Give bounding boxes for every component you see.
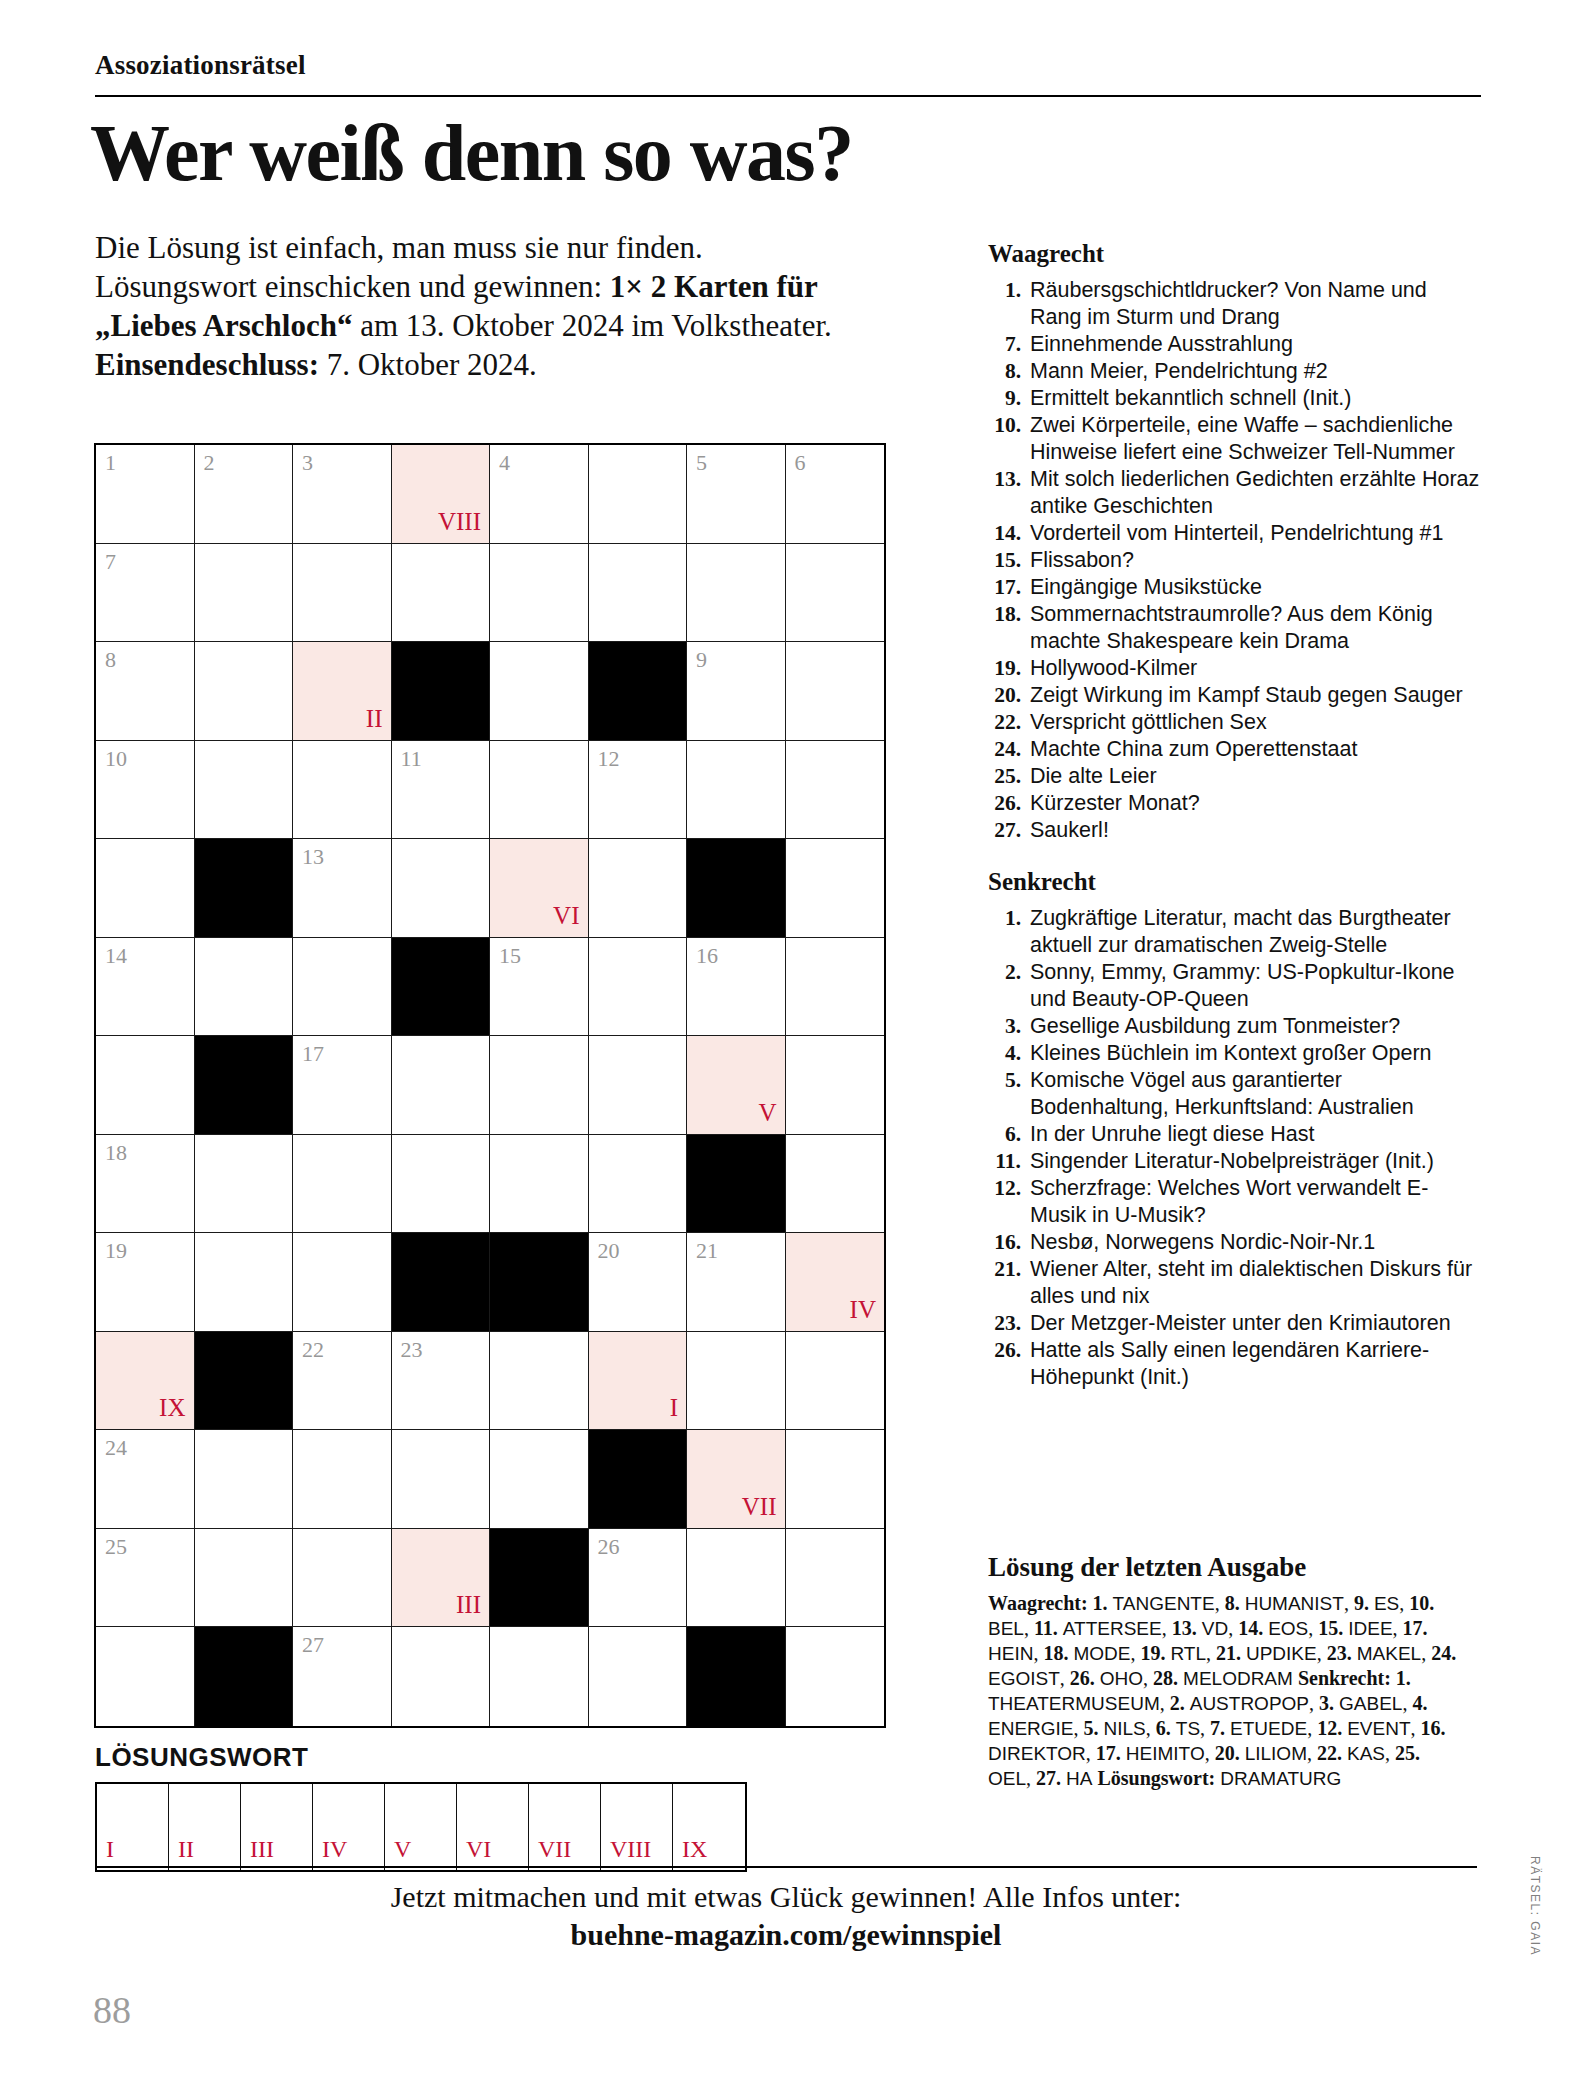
across-clue-list: 1.Räubersgschichtldrucker? Von Name und … [988,277,1493,844]
roman-numeral: VI [553,902,579,930]
empty-cell[interactable] [786,1135,885,1234]
clue-text: Hollywood-Kilmer [1030,655,1197,682]
numbered-cell-20[interactable]: 20 [589,1233,688,1332]
clue-text: Zwei Körperteile, eine Waffe – sachdienl… [1030,412,1480,466]
clue-number: 19 [105,1238,127,1264]
clue-number: 1. [988,905,1030,932]
numbered-cell-7[interactable]: 7 [96,544,195,643]
numbered-cell-1[interactable]: 1 [96,445,195,544]
across-clue-19: 19.Hollywood-Kilmer [988,655,1493,682]
empty-cell[interactable] [687,544,786,643]
down-clue-list: 1.Zugkräftige Literatur, macht das Burgt… [988,905,1493,1391]
clue-number: 11. [988,1148,1030,1175]
clue-number: 7 [105,549,116,575]
clue-text: Eingängige Musikstücke [1030,574,1262,601]
empty-cell[interactable] [490,1430,589,1529]
clue-number: 25. [988,763,1030,790]
footer-rule [95,1866,1477,1868]
intro-line: Lösungswort einschicken und gewinnen: 1×… [95,267,832,306]
across-clue-14: 14.Vorderteil vom Hinterteil, Pendelrich… [988,520,1493,547]
clue-number: 3 [302,450,313,476]
numbered-cell-2[interactable]: 2 [195,445,294,544]
intro-line: Die Lösung ist einfach, man muss sie nur… [95,228,832,267]
clue-text: Kürzester Monat? [1030,790,1200,817]
black-cell [195,839,294,938]
black-cell [589,642,688,741]
across-clue-8: 8.Mann Meier, Pendelrichtung #2 [988,358,1493,385]
down-clue-26: 26.Hatte als Sally einen legendären Karr… [988,1337,1493,1391]
clue-number: 15. [988,547,1030,574]
highlight-cell-vi[interactable]: VI [490,839,589,938]
empty-cell[interactable] [786,741,885,840]
intro-line: „Liebes Arschloch“ am 13. Oktober 2024 i… [95,306,832,345]
black-cell [589,1430,688,1529]
empty-cell[interactable] [786,839,885,938]
empty-cell[interactable] [687,741,786,840]
clue-number: 13 [302,844,324,870]
intro-text: Die Lösung ist einfach, man muss sie nur… [95,228,832,384]
numbered-cell-16[interactable]: 16 [687,938,786,1037]
clue-text: Flissabon? [1030,547,1134,574]
black-cell [392,938,491,1037]
numbered-cell-26[interactable]: 26 [589,1529,688,1628]
clue-number: 10 [105,746,127,772]
down-clue-16: 16.Nesbø, Norwegens Nordic-Noir-Nr.1 [988,1229,1493,1256]
empty-cell[interactable] [293,1233,392,1332]
roman-numeral: IX [682,1836,707,1863]
empty-cell[interactable] [195,1135,294,1234]
footer-promo-text: Jetzt mitmachen und mit etwas Glück gewi… [95,1880,1477,1914]
clue-number: 27. [988,817,1030,844]
across-clue-25: 25.Die alte Leier [988,763,1493,790]
numbered-cell-13[interactable]: 13 [293,839,392,938]
roman-numeral: IV [850,1296,876,1324]
clue-number: 10. [988,412,1030,439]
section-kicker: Assoziationsrätsel [95,50,306,81]
empty-cell[interactable] [589,544,688,643]
highlight-cell-ix[interactable]: IX [96,1332,195,1431]
numbered-cell-22[interactable]: 22 [293,1332,392,1431]
numbered-cell-18[interactable]: 18 [96,1135,195,1234]
highlight-cell-v[interactable]: V [687,1036,786,1135]
down-clue-21: 21.Wiener Alter, steht im dialektischen … [988,1256,1493,1310]
clue-text: Machte China zum Operettenstaat [1030,736,1357,763]
numbered-cell-3[interactable]: 3 [293,445,392,544]
empty-cell[interactable] [195,741,294,840]
clue-number: 1. [988,277,1030,304]
solution-strip-cell-iv[interactable]: IV [313,1784,385,1870]
empty-cell[interactable] [786,1430,885,1529]
clue-number: 13. [988,466,1030,493]
down-clue-1: 1.Zugkräftige Literatur, macht das Burgt… [988,905,1493,959]
across-clue-10: 10.Zwei Körperteile, eine Waffe – sachdi… [988,412,1493,466]
page-title: Wer weiß denn so was? [90,108,853,199]
empty-cell[interactable] [392,544,491,643]
down-clue-12: 12.Scherzfrage: Welches Wort verwandelt … [988,1175,1493,1229]
last-issue-solution: Lösung der letzten Ausgabe Waagrecht: 1.… [988,1552,1468,1791]
empty-cell[interactable] [96,1036,195,1135]
black-cell [195,1627,294,1726]
empty-cell[interactable] [589,1627,688,1726]
roman-numeral: I [670,1394,678,1422]
empty-cell[interactable] [392,1135,491,1234]
roman-numeral: VIII [610,1836,651,1863]
empty-cell[interactable] [195,1529,294,1628]
clue-number: 8. [988,358,1030,385]
empty-cell[interactable] [293,544,392,643]
solution-strip-cell-ix[interactable]: IX [673,1784,745,1870]
clue-number: 2 [204,450,215,476]
empty-cell[interactable] [786,938,885,1037]
clue-number: 19. [988,655,1030,682]
clue-text: Singender Literatur-Nobelpreisträger (In… [1030,1148,1434,1175]
down-heading: Senkrecht [988,868,1493,896]
clue-number: 17. [988,574,1030,601]
roman-numeral: VII [538,1836,571,1863]
clue-number: 20 [598,1238,620,1264]
highlight-cell-i[interactable]: I [589,1332,688,1431]
numbered-cell-12[interactable]: 12 [589,741,688,840]
clue-text: Gesellige Ausbildung zum Tonmeister? [1030,1013,1400,1040]
down-clue-2: 2.Sonny, Emmy, Grammy: US-Popkultur-Ikon… [988,959,1493,1013]
roman-numeral: VI [466,1836,491,1863]
empty-cell[interactable] [786,1036,885,1135]
empty-cell[interactable] [96,1627,195,1726]
clue-number: 4 [499,450,510,476]
clue-text: Zeigt Wirkung im Kampf Staub gegen Sauge… [1030,682,1463,709]
empty-cell[interactable] [589,445,688,544]
clue-text: Verspricht göttlichen Sex [1030,709,1267,736]
across-clue-24: 24.Machte China zum Operettenstaat [988,736,1493,763]
down-clue-23: 23.Der Metzger-Meister unter den Krimiau… [988,1310,1493,1337]
clue-text: Die alte Leier [1030,763,1157,790]
across-clue-27: 27.Saukerl! [988,817,1493,844]
clue-number: 21 [696,1238,718,1264]
clue-number: 24 [105,1435,127,1461]
clue-number: 26. [988,1337,1030,1364]
clue-text: Kleines Büchlein im Kontext großer Opern [1030,1040,1432,1067]
roman-numeral: IV [322,1836,347,1863]
clue-number: 5. [988,1067,1030,1094]
black-cell [687,839,786,938]
clue-number: 17 [302,1041,324,1067]
clue-number: 24. [988,736,1030,763]
empty-cell[interactable] [490,1627,589,1726]
clue-text: Scherzfrage: Welches Wort verwandelt E-M… [1030,1175,1480,1229]
roman-numeral: III [456,1591,481,1619]
clue-number: 12 [598,746,620,772]
clue-number: 14 [105,943,127,969]
clue-number: 4. [988,1040,1030,1067]
clue-text: Zugkräftige Literatur, macht das Burgthe… [1030,905,1480,959]
numbered-cell-5[interactable]: 5 [687,445,786,544]
clue-number: 18 [105,1140,127,1166]
across-clue-26: 26.Kürzester Monat? [988,790,1493,817]
down-clue-5: 5.Komische Vögel aus garantierter Bodenh… [988,1067,1493,1121]
across-clue-17: 17.Eingängige Musikstücke [988,574,1493,601]
empty-cell[interactable] [392,1036,491,1135]
empty-cell[interactable] [392,1430,491,1529]
numbered-cell-24[interactable]: 24 [96,1430,195,1529]
clue-number: 23 [401,1337,423,1363]
clue-text: Komische Vögel aus garantierter Bodenhal… [1030,1067,1480,1121]
empty-cell[interactable] [490,1332,589,1431]
highlight-cell-viii[interactable]: VIII [392,445,491,544]
roman-numeral: I [106,1836,114,1863]
empty-cell[interactable] [490,1036,589,1135]
empty-cell[interactable] [786,642,885,741]
clue-number: 11 [401,746,422,772]
solution-strip-cell-iii[interactable]: III [241,1784,313,1870]
empty-cell[interactable] [195,1430,294,1529]
clue-text: Nesbø, Norwegens Nordic-Noir-Nr.1 [1030,1229,1375,1256]
solution-strip-cell-i[interactable]: I [97,1784,169,1870]
clue-number: 2. [988,959,1030,986]
down-clue-6: 6.In der Unruhe liegt diese Hast [988,1121,1493,1148]
black-cell [195,1332,294,1431]
clue-number: 5 [696,450,707,476]
numbered-cell-25[interactable]: 25 [96,1529,195,1628]
empty-cell[interactable] [786,1627,885,1726]
black-cell [687,1627,786,1726]
empty-cell[interactable] [490,544,589,643]
solution-strip-cell-ii[interactable]: II [169,1784,241,1870]
roman-numeral: V [758,1099,776,1127]
clue-number: 16. [988,1229,1030,1256]
clue-text: Hatte als Sally einen legendären Karrier… [1030,1337,1480,1391]
puzzle-credit: RÄTSEL: GAIA [1528,1856,1542,1956]
black-cell [195,1036,294,1135]
empty-cell[interactable] [687,1529,786,1628]
clue-number: 15 [499,943,521,969]
roman-numeral: II [178,1836,194,1863]
numbered-cell-21[interactable]: 21 [687,1233,786,1332]
clue-number: 6 [795,450,806,476]
empty-cell[interactable] [786,544,885,643]
clue-number: 9 [696,647,707,673]
numbered-cell-14[interactable]: 14 [96,938,195,1037]
empty-cell[interactable] [293,1430,392,1529]
clue-number: 22. [988,709,1030,736]
down-clue-3: 3.Gesellige Ausbildung zum Tonmeister? [988,1013,1493,1040]
empty-cell[interactable] [589,938,688,1037]
intro-line: Einsendeschluss: 7. Oktober 2024. [95,345,832,384]
empty-cell[interactable] [589,1135,688,1234]
clue-number: 20. [988,682,1030,709]
clues-column: Waagrecht 1.Räubersgschichtldrucker? Von… [988,240,1493,1391]
clue-text: Räubersgschichtldrucker? Von Name und Ra… [1030,277,1480,331]
numbered-cell-6[interactable]: 6 [786,445,885,544]
clue-text: Saukerl! [1030,817,1109,844]
clue-text: Wiener Alter, steht im dialektischen Dis… [1030,1256,1480,1310]
last-issue-heading: Lösung der letzten Ausgabe [988,1552,1468,1583]
clue-text: Einnehmende Ausstrahlung [1030,331,1293,358]
clue-number: 21. [988,1256,1030,1283]
clue-text: Vorderteil vom Hinterteil, Pendelrichtun… [1030,520,1444,547]
clue-number: 23. [988,1310,1030,1337]
numbered-cell-17[interactable]: 17 [293,1036,392,1135]
across-clue-9: 9.Ermittelt bekanntlich schnell (Init.) [988,385,1493,412]
clue-number: 16 [696,943,718,969]
roman-numeral: VII [742,1493,777,1521]
highlight-cell-iii[interactable]: III [392,1529,491,1628]
across-clue-18: 18.Sommernachtstraumrolle? Aus dem König… [988,601,1493,655]
numbered-cell-23[interactable]: 23 [392,1332,491,1431]
clue-number: 1 [105,450,116,476]
clue-number: 18. [988,601,1030,628]
numbered-cell-4[interactable]: 4 [490,445,589,544]
empty-cell[interactable] [490,741,589,840]
empty-cell[interactable] [195,642,294,741]
empty-cell[interactable] [96,839,195,938]
empty-cell[interactable] [293,1529,392,1628]
clue-number: 7. [988,331,1030,358]
page-number: 88 [93,1988,131,2032]
across-clue-20: 20.Zeigt Wirkung im Kampf Staub gegen Sa… [988,682,1493,709]
empty-cell[interactable] [490,1135,589,1234]
solution-word-label: LÖSUNGSWORT [95,1742,309,1773]
last-issue-body: Waagrecht: 1. TANGENTE, 8. HUMANIST, 9. … [988,1591,1468,1791]
across-clue-15: 15.Flissabon? [988,547,1493,574]
empty-cell[interactable] [589,1036,688,1135]
empty-cell[interactable] [293,938,392,1037]
empty-cell[interactable] [490,642,589,741]
numbered-cell-9[interactable]: 9 [687,642,786,741]
black-cell [392,642,491,741]
crossword-grid[interactable]: 123VIII45678II910111213VI14151617V181920… [94,443,886,1728]
clue-number: 3. [988,1013,1030,1040]
clue-text: In der Unruhe liegt diese Hast [1030,1121,1314,1148]
clue-number: 25 [105,1534,127,1560]
empty-cell[interactable] [195,1233,294,1332]
clue-number: 14. [988,520,1030,547]
clue-number: 8 [105,647,116,673]
empty-cell[interactable] [293,1135,392,1234]
across-clue-22: 22.Verspricht göttlichen Sex [988,709,1493,736]
roman-numeral: V [394,1836,411,1863]
empty-cell[interactable] [786,1332,885,1431]
solution-section: Lösungswort: DRAMATURG [1097,1767,1341,1789]
clue-number: 26. [988,790,1030,817]
numbered-cell-8[interactable]: 8 [96,642,195,741]
across-heading: Waagrecht [988,240,1493,268]
highlight-cell-vii[interactable]: VII [687,1430,786,1529]
down-clue-4: 4.Kleines Büchlein im Kontext großer Ope… [988,1040,1493,1067]
empty-cell[interactable] [589,839,688,938]
clue-text: Sonny, Emmy, Grammy: US-Popkultur-Ikone … [1030,959,1480,1013]
empty-cell[interactable] [786,1529,885,1628]
clue-number: 22 [302,1337,324,1363]
roman-numeral: IX [159,1394,185,1422]
empty-cell[interactable] [392,1627,491,1726]
roman-numeral: II [366,705,383,733]
across-clue-1: 1.Räubersgschichtldrucker? Von Name und … [988,277,1493,331]
roman-numeral: III [250,1836,274,1863]
clue-number: 9. [988,385,1030,412]
clue-number: 12. [988,1175,1030,1202]
solution-strip-cell-v[interactable]: V [385,1784,457,1870]
numbered-cell-10[interactable]: 10 [96,741,195,840]
numbered-cell-11[interactable]: 11 [392,741,491,840]
black-cell [392,1233,491,1332]
clue-text: Mit solch liederlichen Gedichten erzählt… [1030,466,1480,520]
roman-numeral: VIII [438,508,481,536]
highlight-cell-ii[interactable]: II [293,642,392,741]
black-cell [687,1135,786,1234]
clue-text: Ermittelt bekanntlich schnell (Init.) [1030,385,1351,412]
clue-text: Mann Meier, Pendelrichtung #2 [1030,358,1328,385]
solution-strip-cell-viii[interactable]: VIII [601,1784,673,1870]
clue-text: Der Metzger-Meister unter den Krimiautor… [1030,1310,1451,1337]
down-clue-11: 11.Singender Literatur-Nobelpreisträger … [988,1148,1493,1175]
empty-cell[interactable] [293,741,392,840]
empty-cell[interactable] [195,544,294,643]
across-clue-7: 7.Einnehmende Ausstrahlung [988,331,1493,358]
empty-cell[interactable] [392,839,491,938]
black-cell [490,1529,589,1628]
empty-cell[interactable] [687,1332,786,1431]
solution-strip-cell-vi[interactable]: VI [457,1784,529,1870]
across-clue-13: 13.Mit solch liederlichen Gedichten erzä… [988,466,1493,520]
clue-number: 6. [988,1121,1030,1148]
highlight-cell-iv[interactable]: IV [786,1233,885,1332]
solution-strip-cell-vii[interactable]: VII [529,1784,601,1870]
clue-number: 26 [598,1534,620,1560]
clue-number: 27 [302,1632,324,1658]
black-cell [490,1233,589,1332]
clue-text: Sommernachtstraumrolle? Aus dem König ma… [1030,601,1480,655]
numbered-cell-27[interactable]: 27 [293,1627,392,1726]
empty-cell[interactable] [195,938,294,1037]
numbered-cell-19[interactable]: 19 [96,1233,195,1332]
footer-promo-link[interactable]: buehne-magazin.com/gewinnspiel [95,1918,1477,1952]
solution-word-strip[interactable]: IIIIIIIVVVIVIIVIIIIX [95,1782,747,1872]
header-rule [95,95,1481,97]
numbered-cell-15[interactable]: 15 [490,938,589,1037]
